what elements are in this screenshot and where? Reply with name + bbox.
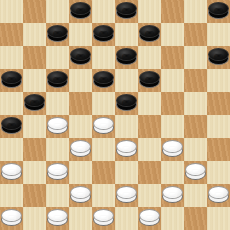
light-square-r5c7 [161, 115, 184, 138]
light-square-r4c0 [0, 92, 23, 115]
square-39[interactable] [138, 161, 161, 184]
square-28[interactable]: ⛀ [92, 115, 115, 138]
white-man[interactable]: ⛀ [47, 209, 68, 226]
light-square-r8c0 [0, 184, 23, 207]
square-14[interactable] [161, 46, 184, 69]
black-man[interactable]: ⛂ [93, 71, 114, 88]
white-man-glyph: ⛀ [116, 140, 137, 157]
light-square-r3c7 [161, 69, 184, 92]
black-man-glyph: ⛂ [70, 48, 91, 65]
square-26[interactable]: ⛂ [0, 115, 23, 138]
light-square-r7c1 [23, 161, 46, 184]
black-man[interactable]: ⛂ [70, 48, 91, 65]
square-46[interactable]: ⛀ [0, 207, 23, 230]
light-square-r1c9 [207, 23, 230, 46]
white-man-glyph: ⛀ [116, 186, 137, 203]
light-square-r6c8 [184, 138, 207, 161]
black-man-glyph: ⛂ [208, 2, 229, 19]
square-41[interactable] [23, 184, 46, 207]
light-square-r1c1 [23, 23, 46, 46]
white-man-glyph: ⛀ [162, 140, 183, 157]
square-3[interactable]: ⛂ [115, 0, 138, 23]
black-man[interactable]: ⛂ [47, 25, 68, 42]
light-square-r5c9 [207, 115, 230, 138]
white-man[interactable]: ⛀ [47, 163, 68, 180]
light-square-r9c1 [23, 207, 46, 230]
white-man-glyph: ⛀ [208, 186, 229, 203]
light-square-r9c7 [161, 207, 184, 230]
square-6[interactable] [0, 23, 23, 46]
light-square-r4c2 [46, 92, 69, 115]
light-square-r6c4 [92, 138, 115, 161]
white-man-glyph: ⛀ [1, 209, 22, 226]
light-square-r9c9 [207, 207, 230, 230]
black-man[interactable]: ⛂ [116, 2, 137, 19]
light-square-r2c0 [0, 46, 23, 69]
light-square-r7c9 [207, 161, 230, 184]
light-square-r8c2 [46, 184, 69, 207]
black-man[interactable]: ⛂ [47, 71, 68, 88]
square-13[interactable]: ⛂ [115, 46, 138, 69]
light-square-r7c5 [115, 161, 138, 184]
white-man[interactable]: ⛀ [116, 186, 137, 203]
square-37[interactable]: ⛀ [46, 161, 69, 184]
light-square-r5c1 [23, 115, 46, 138]
black-man[interactable]: ⛂ [139, 71, 160, 88]
white-man[interactable]: ⛀ [1, 209, 22, 226]
square-44[interactable]: ⛀ [161, 184, 184, 207]
square-23[interactable]: ⛂ [115, 92, 138, 115]
square-30[interactable] [184, 115, 207, 138]
white-man-glyph: ⛀ [70, 186, 91, 203]
light-square-r5c3 [69, 115, 92, 138]
square-12[interactable]: ⛂ [69, 46, 92, 69]
square-31[interactable] [23, 138, 46, 161]
light-square-r8c4 [92, 184, 115, 207]
black-man-glyph: ⛂ [93, 25, 114, 42]
square-32[interactable]: ⛀ [69, 138, 92, 161]
black-man-glyph: ⛂ [139, 71, 160, 88]
black-man-glyph: ⛂ [47, 25, 68, 42]
light-square-r1c5 [115, 23, 138, 46]
light-square-r3c9 [207, 69, 230, 92]
white-man-glyph: ⛀ [185, 163, 206, 180]
square-11[interactable] [23, 46, 46, 69]
square-9[interactable]: ⛂ [138, 23, 161, 46]
black-man-glyph: ⛂ [47, 71, 68, 88]
square-43[interactable]: ⛀ [115, 184, 138, 207]
white-man-glyph: ⛀ [93, 117, 114, 134]
white-man[interactable]: ⛀ [116, 140, 137, 157]
light-square-r7c3 [69, 161, 92, 184]
black-man[interactable]: ⛂ [24, 94, 45, 111]
light-square-r3c1 [23, 69, 46, 92]
square-25[interactable] [207, 92, 230, 115]
black-man[interactable]: ⛂ [70, 2, 91, 19]
black-man[interactable]: ⛂ [1, 71, 22, 88]
light-square-r0c8 [184, 0, 207, 23]
black-man[interactable]: ⛂ [208, 48, 229, 65]
white-man-glyph: ⛀ [47, 163, 68, 180]
light-square-r1c7 [161, 23, 184, 46]
square-49[interactable]: ⛀ [138, 207, 161, 230]
light-square-r1c3 [69, 23, 92, 46]
light-square-r3c5 [115, 69, 138, 92]
square-7[interactable]: ⛂ [46, 23, 69, 46]
white-man-glyph: ⛀ [47, 209, 68, 226]
square-27[interactable]: ⛀ [46, 115, 69, 138]
white-man[interactable]: ⛀ [185, 163, 206, 180]
light-square-r7c7 [161, 161, 184, 184]
white-man-glyph: ⛀ [162, 186, 183, 203]
square-1[interactable] [23, 0, 46, 23]
white-man[interactable]: ⛀ [139, 209, 160, 226]
white-man-glyph: ⛀ [139, 209, 160, 226]
white-man[interactable]: ⛀ [162, 186, 183, 203]
black-man-glyph: ⛂ [1, 71, 22, 88]
square-4[interactable] [161, 0, 184, 23]
light-square-r0c2 [46, 0, 69, 23]
square-47[interactable]: ⛀ [46, 207, 69, 230]
light-square-r2c6 [138, 46, 161, 69]
black-man-glyph: ⛂ [139, 25, 160, 42]
white-man[interactable]: ⛀ [93, 117, 114, 134]
square-16[interactable]: ⛂ [0, 69, 23, 92]
light-square-r4c6 [138, 92, 161, 115]
black-man-glyph: ⛂ [208, 48, 229, 65]
white-man-glyph: ⛀ [1, 163, 22, 180]
black-man[interactable]: ⛂ [139, 25, 160, 42]
white-man-glyph: ⛀ [93, 209, 114, 226]
black-man-glyph: ⛂ [116, 48, 137, 65]
light-square-r3c3 [69, 69, 92, 92]
black-man-glyph: ⛂ [24, 94, 45, 111]
light-square-r9c5 [115, 207, 138, 230]
white-man[interactable]: ⛀ [70, 186, 91, 203]
square-17[interactable]: ⛂ [46, 69, 69, 92]
light-square-r5c5 [115, 115, 138, 138]
light-square-r2c4 [92, 46, 115, 69]
black-man[interactable]: ⛂ [1, 117, 22, 134]
white-man[interactable]: ⛀ [93, 209, 114, 226]
light-square-r4c4 [92, 92, 115, 115]
square-40[interactable]: ⛀ [184, 161, 207, 184]
black-man-glyph: ⛂ [70, 2, 91, 19]
square-2[interactable]: ⛂ [69, 0, 92, 23]
light-square-r8c6 [138, 184, 161, 207]
light-square-r2c2 [46, 46, 69, 69]
black-man-glyph: ⛂ [116, 2, 137, 19]
square-24[interactable] [161, 92, 184, 115]
light-square-r0c4 [92, 0, 115, 23]
black-man[interactable]: ⛂ [93, 25, 114, 42]
checkers-board: ⛂⛂⛂⛂⛂⛂⛂⛂⛂⛂⛂⛂⛂⛂⛂⛂⛀⛀⛀⛀⛀⛀⛀⛀⛀⛀⛀⛀⛀⛀⛀⛀ [0, 0, 230, 230]
square-29[interactable] [138, 115, 161, 138]
black-man[interactable]: ⛂ [116, 48, 137, 65]
square-36[interactable]: ⛀ [0, 161, 23, 184]
white-man[interactable]: ⛀ [47, 117, 68, 134]
square-15[interactable]: ⛂ [207, 46, 230, 69]
white-man-glyph: ⛀ [70, 140, 91, 157]
square-8[interactable]: ⛂ [92, 23, 115, 46]
square-21[interactable]: ⛂ [23, 92, 46, 115]
light-square-r8c8 [184, 184, 207, 207]
light-square-r6c0 [0, 138, 23, 161]
square-18[interactable]: ⛂ [92, 69, 115, 92]
square-38[interactable] [92, 161, 115, 184]
black-man[interactable]: ⛂ [208, 2, 229, 19]
white-man-glyph: ⛀ [47, 117, 68, 134]
white-man[interactable]: ⛀ [1, 163, 22, 180]
light-square-r0c0 [0, 0, 23, 23]
black-man[interactable]: ⛂ [116, 94, 137, 111]
light-square-r9c3 [69, 207, 92, 230]
light-square-r6c2 [46, 138, 69, 161]
light-square-r0c6 [138, 0, 161, 23]
light-square-r6c6 [138, 138, 161, 161]
square-45[interactable]: ⛀ [207, 184, 230, 207]
square-19[interactable]: ⛂ [138, 69, 161, 92]
black-man-glyph: ⛂ [93, 71, 114, 88]
square-20[interactable] [184, 69, 207, 92]
square-42[interactable]: ⛀ [69, 184, 92, 207]
white-man[interactable]: ⛀ [162, 140, 183, 157]
white-man[interactable]: ⛀ [70, 140, 91, 157]
square-35[interactable] [207, 138, 230, 161]
square-50[interactable] [184, 207, 207, 230]
square-10[interactable] [184, 23, 207, 46]
light-square-r4c8 [184, 92, 207, 115]
square-22[interactable] [69, 92, 92, 115]
black-man-glyph: ⛂ [1, 117, 22, 134]
square-34[interactable]: ⛀ [161, 138, 184, 161]
white-man[interactable]: ⛀ [208, 186, 229, 203]
black-man-glyph: ⛂ [116, 94, 137, 111]
light-square-r2c8 [184, 46, 207, 69]
square-5[interactable]: ⛂ [207, 0, 230, 23]
square-48[interactable]: ⛀ [92, 207, 115, 230]
square-33[interactable]: ⛀ [115, 138, 138, 161]
